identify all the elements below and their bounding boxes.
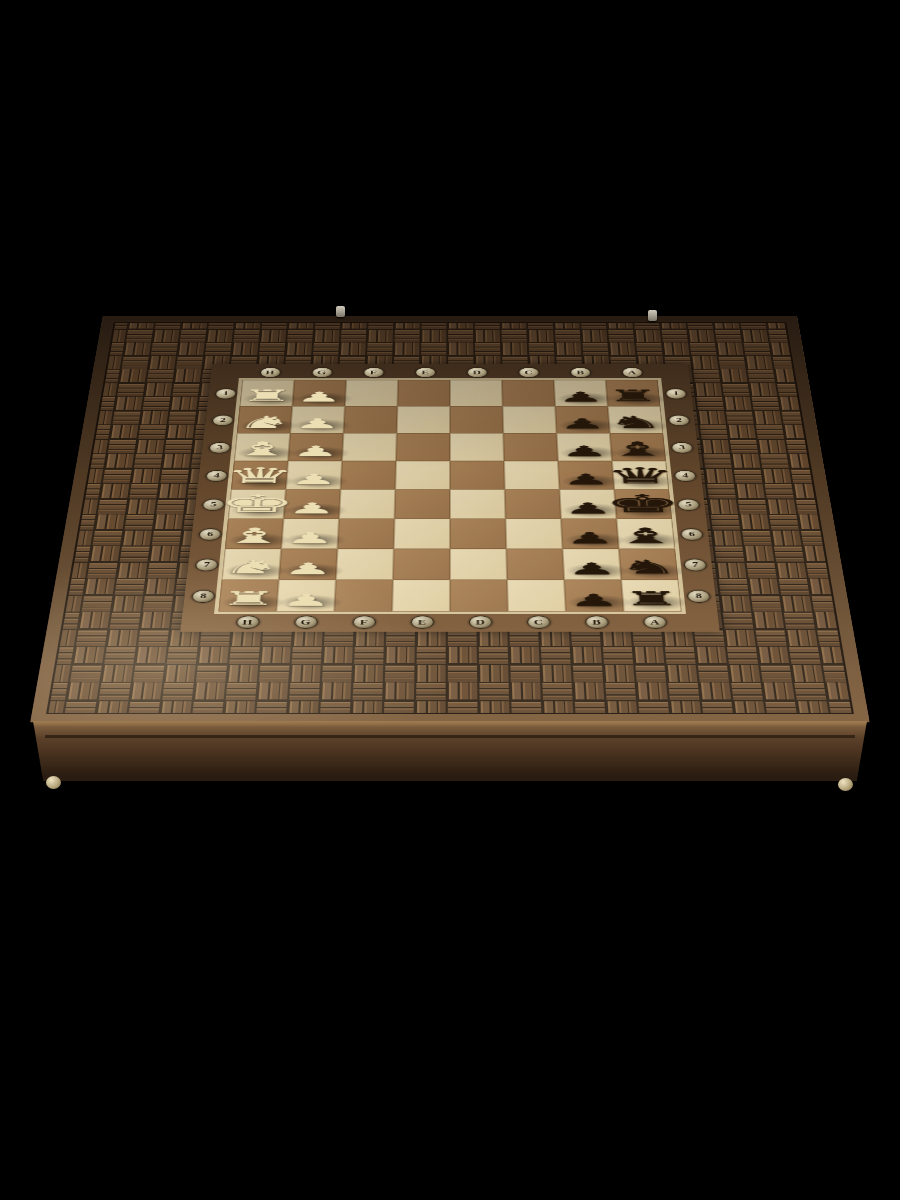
photo-stage: HHGGFFEEDDCCBBAA1122334455667788 ♜♟♟♜♞♟♟… <box>0 0 900 1200</box>
file-label-h-back: H <box>259 367 281 377</box>
board-front-face <box>28 721 872 781</box>
white-pawn-g1[interactable]: ♟ <box>292 380 346 406</box>
black-bishop-a3[interactable]: ♝ <box>610 433 666 461</box>
square-e3[interactable] <box>396 433 450 461</box>
black-pawn-glyph: ♟ <box>533 417 633 430</box>
black-pawn-b1[interactable]: ♟ <box>554 380 608 406</box>
clasp-right-icon <box>648 310 657 321</box>
white-pawn-g2[interactable]: ♟ <box>290 406 345 433</box>
black-pawn-glyph: ♟ <box>532 390 631 403</box>
chess-board: HHGGFFEEDDCCBBAA1122334455667788 ♜♟♟♜♞♟♟… <box>30 316 870 722</box>
square-d2[interactable] <box>450 406 503 433</box>
square-e4[interactable] <box>395 461 450 489</box>
black-bishop-glyph: ♝ <box>587 440 689 458</box>
square-d1[interactable] <box>450 380 503 406</box>
white-pawn-glyph: ♟ <box>270 390 369 403</box>
clasp-left-icon <box>336 306 345 317</box>
square-d4[interactable] <box>450 461 505 489</box>
file-label-g-back: G <box>311 367 332 377</box>
white-pawn-glyph: ♟ <box>267 417 367 430</box>
square-e1[interactable] <box>397 380 450 406</box>
file-label-d-back: D <box>466 367 487 377</box>
white-bishop-h3[interactable]: ♝ <box>234 433 290 461</box>
black-pawn-b2[interactable]: ♟ <box>555 406 610 433</box>
board-foot-right <box>838 778 853 791</box>
board-foot-left <box>46 776 61 789</box>
black-pawn-glyph: ♟ <box>535 472 638 486</box>
file-label-f-back: F <box>363 367 384 377</box>
file-label-c-back: C <box>518 367 539 377</box>
white-pawn-glyph: ♟ <box>262 472 365 486</box>
white-bishop-glyph: ♝ <box>211 440 313 458</box>
square-d3[interactable] <box>450 433 504 461</box>
file-label-e-back: E <box>415 367 436 377</box>
file-label-b-back: B <box>570 367 591 377</box>
file-label-a-back: A <box>621 367 643 377</box>
square-e2[interactable] <box>397 406 450 433</box>
